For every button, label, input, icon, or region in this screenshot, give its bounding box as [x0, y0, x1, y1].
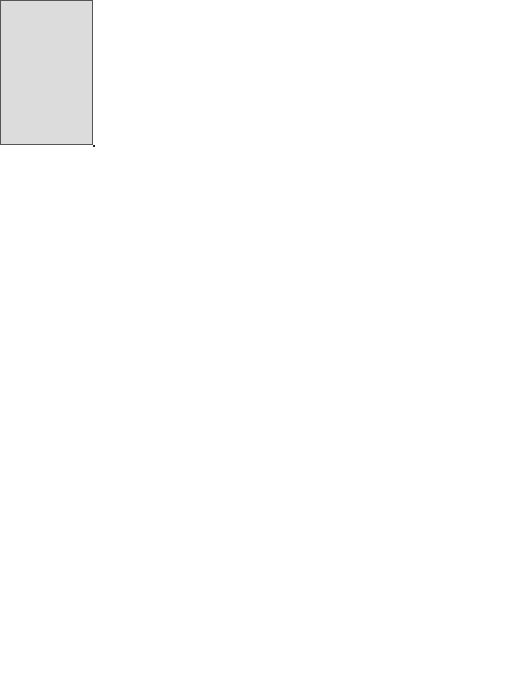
site-branding [489, 543, 509, 674]
watermark-text [0, 0, 93, 145]
watermark-box [0, 0, 93, 145]
nonogram-page [0, 0, 509, 674]
clue-grid-spacer [93, 133, 489, 145]
puzzle-grid [93, 145, 95, 147]
